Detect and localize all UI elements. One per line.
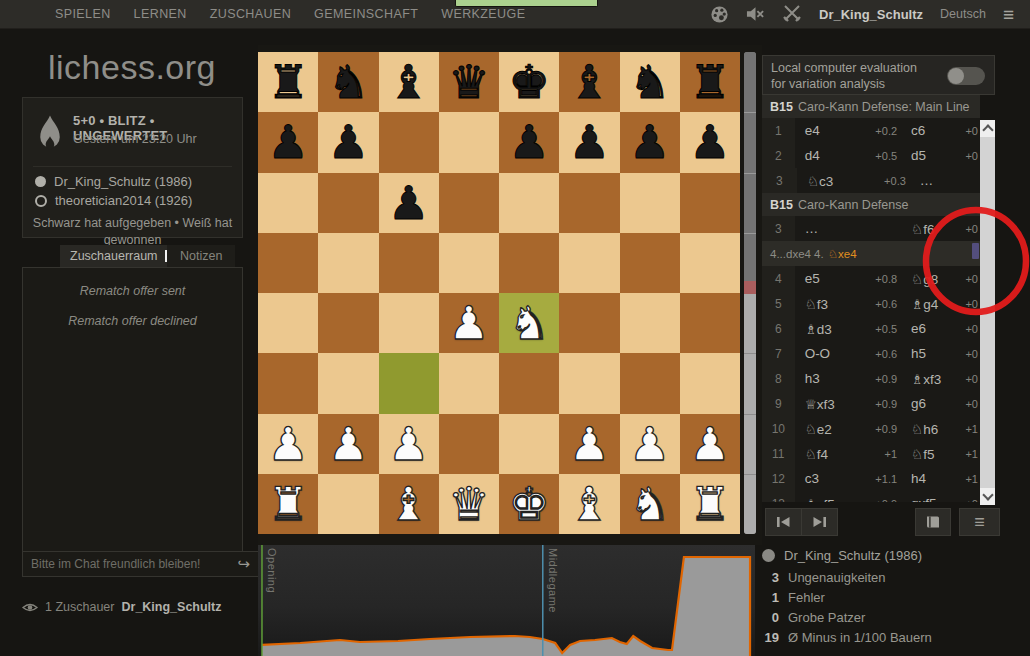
sound-muted-icon[interactable]: [746, 6, 765, 22]
variation-row[interactable]: 4...dxe4 4.♘xe4: [762, 241, 980, 266]
square-h3[interactable]: [680, 353, 740, 413]
white-knight-e4[interactable]: ♞: [509, 300, 550, 346]
nav-item-gemeinschaft[interactable]: GEMEINSCHAFT: [314, 7, 418, 21]
square-e1[interactable]: ♚: [499, 474, 559, 534]
black-eval: +0: [965, 498, 980, 503]
black-move[interactable]: e6: [897, 321, 965, 336]
white-move[interactable]: ♘e2: [795, 421, 863, 437]
black-move[interactable]: ♘f6: [897, 221, 965, 237]
skip-end-icon: [812, 516, 827, 528]
move-number: 7: [762, 341, 795, 366]
square-h6[interactable]: [680, 173, 740, 233]
book-icon: [925, 515, 941, 529]
square-b4[interactable]: [318, 293, 378, 353]
black-move[interactable]: …: [906, 173, 978, 188]
black-eval: +0: [965, 323, 980, 335]
square-b6[interactable]: [318, 173, 378, 233]
square-d7[interactable]: [439, 112, 499, 172]
stat-acpl: 19Ø Minus in 1/100 Bauern: [762, 630, 1022, 645]
square-h4[interactable]: [680, 293, 740, 353]
white-pawn-h2[interactable]: ♟: [689, 421, 730, 467]
white-eval: +0.2: [863, 125, 897, 137]
black-pawn-f7[interactable]: ♟: [569, 119, 610, 165]
black-eval: +0: [965, 150, 980, 162]
stats-player-row: Dr_King_Schultz (1986): [762, 548, 922, 563]
white-eval: +0.6: [863, 298, 897, 310]
chat-send-icon[interactable]: ↪: [237, 555, 250, 573]
black-eval: +0: [965, 125, 980, 137]
square-a3[interactable]: [258, 353, 318, 413]
black-bishop-c8[interactable]: ♝: [388, 59, 429, 105]
move-number: 9: [762, 391, 795, 416]
white-player-name[interactable]: Dr_King_Schultz (1986): [54, 174, 192, 189]
theme-palette-icon[interactable]: [710, 5, 729, 24]
black-knight-b8[interactable]: ♞: [328, 59, 369, 105]
white-eval: +0.9: [863, 398, 897, 410]
square-a6[interactable]: [258, 173, 318, 233]
square-f3[interactable]: [559, 353, 619, 413]
square-d5[interactable]: [439, 233, 499, 293]
nav-item-werkzeuge[interactable]: WERKZEUGE: [441, 7, 525, 21]
move-row-5: 5♘f3+0.6♗g4+0: [762, 291, 980, 316]
black-move[interactable]: h4: [897, 471, 965, 486]
square-h8[interactable]: ♜: [680, 52, 740, 112]
black-pawn-c6[interactable]: ♟: [388, 180, 429, 226]
move-row-13: 13♗xf5+0.9gxf5+0: [762, 491, 980, 502]
black-knight-g8[interactable]: ♞: [629, 59, 670, 105]
square-b7[interactable]: ♟: [318, 112, 378, 172]
black-move[interactable]: h5: [897, 346, 965, 361]
black-pawn-e7[interactable]: ♟: [509, 119, 550, 165]
square-g2[interactable]: ♟: [620, 414, 680, 474]
black-move[interactable]: g6: [897, 396, 965, 411]
square-c8[interactable]: ♝: [379, 52, 439, 112]
move-number: 10: [762, 416, 795, 441]
spectator-count: 1 Zuschauer: [45, 600, 114, 614]
move-number: 13: [762, 491, 795, 502]
move-number: 8: [762, 366, 795, 391]
black-move[interactable]: gxf5: [897, 496, 965, 502]
spectator-name[interactable]: Dr_King_Schultz: [121, 600, 221, 614]
black-move[interactable]: ♗xf3: [897, 371, 965, 387]
white-pawn-a2[interactable]: ♟: [268, 421, 309, 467]
black-rook-h8[interactable]: ♜: [689, 59, 730, 105]
square-e3[interactable]: [499, 353, 559, 413]
white-pawn-c2[interactable]: ♟: [388, 421, 429, 467]
current-move-cursor: [972, 243, 979, 259]
black-pawn-g7[interactable]: ♟: [629, 119, 670, 165]
white-knight-g1[interactable]: ♞: [629, 481, 670, 527]
white-eval: +0.9: [863, 373, 897, 385]
move-row-9: 9♕xf3+0.9g6+0: [762, 391, 980, 416]
black-player-name[interactable]: theoretician2014 (1926): [55, 193, 192, 208]
white-move[interactable]: O-O: [795, 346, 863, 361]
stat-inaccuracies: 3Ungenauigkeiten: [762, 570, 1022, 585]
black-pawn-b7[interactable]: ♟: [328, 119, 369, 165]
move-row-6: 6♗d3+0.5e6+0: [762, 316, 980, 341]
square-a5[interactable]: [258, 233, 318, 293]
nav-item-spielen[interactable]: SPIELEN: [55, 7, 111, 21]
move-row-3: 3…♘f6+0: [762, 216, 980, 241]
square-d1[interactable]: ♛: [439, 474, 499, 534]
black-eval: +0: [965, 348, 980, 360]
white-move[interactable]: ♗d3: [795, 321, 863, 337]
white-color-icon: [35, 176, 46, 187]
black-color-icon: [35, 195, 47, 207]
square-b8[interactable]: ♞: [318, 52, 378, 112]
square-a4[interactable]: [258, 293, 318, 353]
middlegame-label: Middlegame: [547, 548, 559, 613]
square-g1[interactable]: ♞: [620, 474, 680, 534]
square-c3[interactable]: [379, 353, 439, 413]
square-a1[interactable]: ♜: [258, 474, 318, 534]
square-e6[interactable]: [499, 173, 559, 233]
menu-icon: ≡: [974, 513, 985, 531]
square-h1[interactable]: ♜: [680, 474, 740, 534]
square-h5[interactable]: [680, 233, 740, 293]
white-eval: +0.5: [863, 150, 897, 162]
black-move[interactable]: ♘f5: [897, 446, 965, 462]
black-move[interactable]: ♗g4: [897, 296, 965, 312]
white-pawn-d4[interactable]: ♟: [448, 300, 489, 346]
square-e4[interactable]: ♞: [499, 293, 559, 353]
square-d4[interactable]: ♟: [439, 293, 499, 353]
square-c2[interactable]: ♟: [379, 414, 439, 474]
move-number: 6: [762, 316, 795, 341]
tab-notes[interactable]: Notizen: [167, 245, 235, 267]
square-d3[interactable]: [439, 353, 499, 413]
game-date: Gestern um 23:20 Uhr: [73, 132, 197, 146]
notification-strip: [455, 0, 598, 7]
eval-gauge-marker: [744, 281, 756, 294]
white-pawn-b2[interactable]: ♟: [328, 421, 369, 467]
analysis-menu-button[interactable]: ≡: [959, 508, 1000, 536]
white-queen-d1[interactable]: ♛: [448, 481, 489, 527]
result-text-line1: Schwarz hat aufgegeben • Weiß hat: [23, 215, 242, 232]
white-eval: +0.8: [863, 273, 897, 285]
chat-input[interactable]: Bitte im Chat freundlich bleiben! ↪: [22, 551, 259, 577]
move-row-7: 7O-O+0.6h5+0: [762, 341, 980, 366]
stat-mistakes: 1Fehler: [762, 590, 1022, 605]
square-g3[interactable]: [620, 353, 680, 413]
move-row-8: 8h3+0.9♗xf3+0: [762, 366, 980, 391]
black-eval: +0: [965, 298, 980, 310]
white-eval: +0.9: [863, 423, 897, 435]
white-move[interactable]: ♕xf3: [795, 396, 863, 412]
square-f8[interactable]: ♝: [559, 52, 619, 112]
white-move[interactable]: e5: [795, 271, 863, 286]
move-number: 12: [762, 466, 795, 491]
square-e5[interactable]: [499, 233, 559, 293]
toggle-knob: [948, 68, 964, 84]
nav-username[interactable]: Dr_King_Schultz: [819, 7, 923, 22]
move-row-10: 10♘e2+0.9♘h6+1: [762, 416, 980, 441]
white-move[interactable]: ♗xf5: [795, 496, 863, 503]
square-b3[interactable]: [318, 353, 378, 413]
black-eval: +0: [965, 273, 980, 285]
lichess-logo[interactable]: lichess.org: [48, 48, 216, 87]
white-move[interactable]: ♘c3: [797, 173, 869, 189]
nav-item-lernen[interactable]: LERNEN: [134, 7, 187, 21]
white-king-e1[interactable]: ♚: [509, 481, 550, 527]
white-bishop-c1[interactable]: ♝: [388, 481, 429, 527]
black-player-row[interactable]: theoretician2014 (1926): [35, 193, 192, 208]
white-eval: +0.5: [863, 323, 897, 335]
game-info-box: 5+0 • BLITZ • UNGEWERTET Gestern um 23:2…: [22, 97, 243, 238]
move-row-2: 2d4+0.5d5+0: [762, 143, 980, 168]
current-move: ♘xe4: [828, 247, 857, 261]
white-move[interactable]: ♘f4: [795, 446, 863, 462]
black-move[interactable]: c6: [897, 123, 965, 138]
opening-book-button[interactable]: [915, 508, 951, 536]
stats-player-name: Dr_King_Schultz (1986): [784, 548, 922, 563]
eval-toggle-switch[interactable]: [947, 67, 985, 85]
local-eval-box: Local computer evaluation for variation …: [762, 55, 995, 95]
move-number: 3: [762, 168, 797, 193]
black-eval: +1: [965, 423, 980, 435]
white-pawn-g2[interactable]: ♟: [629, 421, 670, 467]
move-number: 5: [762, 291, 795, 316]
square-d6[interactable]: [439, 173, 499, 233]
square-e7[interactable]: ♟: [499, 112, 559, 172]
black-eval: +0: [965, 223, 980, 235]
move-row-3: 3♘c3+0.3…: [762, 168, 980, 193]
black-queen-d8[interactable]: ♛: [448, 59, 489, 105]
white-move[interactable]: h3: [795, 371, 863, 386]
advantage-graph[interactable]: Opening Middlegame: [258, 545, 755, 656]
black-eval: +0: [965, 373, 980, 385]
square-c6[interactable]: ♟: [379, 173, 439, 233]
white-player-row[interactable]: Dr_King_Schultz (1986): [35, 174, 192, 189]
opening-label: Opening: [266, 548, 278, 593]
square-c4[interactable]: [379, 293, 439, 353]
square-b2[interactable]: ♟: [318, 414, 378, 474]
tab-spectator-room-label: Zuschauerraum: [70, 249, 158, 263]
square-h2[interactable]: ♟: [680, 414, 740, 474]
square-f2[interactable]: ♟: [559, 414, 619, 474]
tab-notes-label: Notizen: [180, 249, 222, 263]
move-number: 4: [762, 266, 795, 291]
move-number: 11: [762, 441, 795, 466]
eval-gauge-black: [744, 52, 756, 281]
move-number: 1: [762, 118, 795, 143]
scroll-down-arrow[interactable]: [980, 488, 995, 505]
white-color-icon: [762, 549, 775, 562]
white-bishop-f1[interactable]: ♝: [569, 481, 610, 527]
divider: [33, 166, 232, 167]
hamburger-menu-icon[interactable]: ≡: [1003, 5, 1014, 24]
skip-start-icon: [776, 516, 791, 528]
square-b5[interactable]: [318, 233, 378, 293]
black-move[interactable]: ♘h6: [897, 421, 965, 437]
white-eval: +1: [863, 448, 897, 460]
nav-language[interactable]: Deutsch: [940, 7, 986, 21]
square-f7[interactable]: ♟: [559, 112, 619, 172]
white-pawn-f2[interactable]: ♟: [569, 421, 610, 467]
square-a2[interactable]: ♟: [258, 414, 318, 474]
black-king-e8[interactable]: ♚: [509, 59, 550, 105]
square-g6[interactable]: [620, 173, 680, 233]
white-rook-h1[interactable]: ♜: [689, 481, 730, 527]
crossed-swords-icon[interactable]: [782, 5, 802, 23]
square-c1[interactable]: ♝: [379, 474, 439, 534]
stat-blunders: 0Grobe Patzer: [762, 610, 1022, 625]
square-c5[interactable]: [379, 233, 439, 293]
move-row-12: 12c3+1.1h4+1: [762, 466, 980, 491]
white-rook-a1[interactable]: ♜: [268, 481, 309, 527]
square-g7[interactable]: ♟: [620, 112, 680, 172]
chat-input-placeholder: Bitte im Chat freundlich bleiben!: [31, 557, 237, 571]
lichess-app: SPIELENLERNENZUSCHAUENGEMEINSCHAFTWERKZE…: [0, 0, 1030, 656]
square-f1[interactable]: ♝: [559, 474, 619, 534]
move-list-scrollbar[interactable]: [980, 120, 995, 505]
square-g5[interactable]: [620, 233, 680, 293]
black-eval: +1: [965, 448, 980, 460]
white-move[interactable]: …: [795, 221, 863, 236]
square-c7[interactable]: [379, 112, 439, 172]
spectator-list: 1 Zuschauer Dr_King_Schultz: [22, 600, 222, 614]
chat-message-area: Rematch offer sent Rematch offer decline…: [22, 267, 243, 553]
black-pawn-h7[interactable]: ♟: [689, 119, 730, 165]
move-row-4: 4e5+0.8♘g8+0: [762, 266, 980, 291]
square-d2[interactable]: [439, 414, 499, 474]
move-row-11: 11♘f4+1♘f5+1: [762, 441, 980, 466]
square-f5[interactable]: [559, 233, 619, 293]
square-e8[interactable]: ♚: [499, 52, 559, 112]
black-eval: +0: [965, 398, 980, 410]
chat-message: Rematch offer sent: [23, 284, 242, 298]
eval-gauge: [744, 52, 756, 534]
skip-to-end-button[interactable]: [801, 508, 838, 536]
square-a7[interactable]: ♟: [258, 112, 318, 172]
square-g8[interactable]: ♞: [620, 52, 680, 112]
scroll-up-arrow[interactable]: [980, 120, 995, 137]
square-e2[interactable]: [499, 414, 559, 474]
chess-board: ♜♞♝♛♚♝♞♜♟♟♟♟♟♟♟♟♞♟♟♟♟♟♟♜♝♛♚♝♞♜: [258, 52, 740, 534]
black-pawn-a7[interactable]: ♟: [268, 119, 309, 165]
nav-item-zuschauen[interactable]: ZUSCHAUEN: [210, 7, 291, 21]
square-g4[interactable]: [620, 293, 680, 353]
white-eval: +1.1: [863, 473, 897, 485]
black-rook-a8[interactable]: ♜: [268, 59, 309, 105]
black-move[interactable]: ♘g8: [897, 271, 965, 287]
white-move[interactable]: ♘f3: [795, 296, 863, 312]
square-f4[interactable]: [559, 293, 619, 353]
square-a8[interactable]: ♜: [258, 52, 318, 112]
white-eval: +0.6: [863, 348, 897, 360]
black-eval: +1: [965, 473, 980, 485]
white-move[interactable]: e4: [795, 123, 863, 138]
eye-icon: [22, 602, 38, 613]
blitz-flame-icon: [37, 114, 63, 154]
square-h7[interactable]: ♟: [680, 112, 740, 172]
white-move[interactable]: d4: [795, 148, 863, 163]
move-number: 3: [762, 216, 795, 241]
white-eval: +0.9: [863, 498, 897, 503]
square-d8[interactable]: ♛: [439, 52, 499, 112]
white-eval: +0.3: [869, 175, 906, 187]
skip-to-start-button[interactable]: [765, 508, 802, 536]
black-move[interactable]: d5: [897, 148, 965, 163]
square-f6[interactable]: [559, 173, 619, 233]
chat-message: Rematch offer declined: [23, 314, 242, 328]
square-b1[interactable]: [318, 474, 378, 534]
move-row-1: 1e4+0.2c6+0: [762, 118, 980, 143]
black-bishop-f8[interactable]: ♝: [569, 59, 610, 105]
move-number: 2: [762, 143, 795, 168]
white-move[interactable]: c3: [795, 471, 863, 486]
opening-name-row: B15Caro-Kann Defense: [762, 193, 980, 216]
move-list: B15Caro-Kann Defense: Main Line1e4+0.2c6…: [762, 95, 980, 502]
opening-name-row: B15Caro-Kann Defense: Main Line: [762, 95, 980, 118]
